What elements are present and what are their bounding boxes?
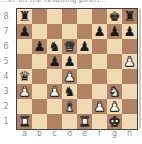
square-g3[interactable]: ♞ <box>107 84 122 99</box>
square-e7[interactable] <box>77 24 92 39</box>
square-g5[interactable] <box>107 54 122 69</box>
square-f5[interactable] <box>92 54 107 69</box>
rank-label-8: 8 <box>0 9 12 24</box>
square-h6[interactable] <box>122 39 137 54</box>
piece-wr-a1[interactable]: ♜ <box>17 114 32 129</box>
piece-wb-d2[interactable]: ♝ <box>62 99 77 114</box>
piece-bq-a4[interactable]: ♛ <box>17 69 32 84</box>
square-c3[interactable]: ♟ <box>47 84 62 99</box>
square-c4[interactable] <box>47 69 62 84</box>
square-f3[interactable] <box>92 84 107 99</box>
piece-wq-d6[interactable]: ♛ <box>62 39 77 54</box>
file-label-d: d <box>62 129 77 138</box>
square-g8[interactable]: ♚ <box>107 9 122 24</box>
square-g1[interactable]: ♚ <box>107 114 122 129</box>
file-label-c: c <box>47 129 62 138</box>
square-h8[interactable]: ♜ <box>122 9 137 24</box>
square-b3[interactable] <box>32 84 47 99</box>
square-a4[interactable]: ♛ <box>17 69 32 84</box>
square-f6[interactable] <box>92 39 107 54</box>
rank-label-2: 2 <box>0 99 12 114</box>
square-a7[interactable]: ♟ <box>17 24 32 39</box>
square-c7[interactable] <box>47 24 62 39</box>
square-b5[interactable] <box>32 54 47 69</box>
piece-bp-a7[interactable]: ♟ <box>17 24 32 39</box>
piece-bp-f7[interactable]: ♟ <box>92 24 107 39</box>
rank-label-4: 4 <box>0 69 12 84</box>
file-labels: abcdefgh <box>17 129 137 138</box>
piece-wp-a3[interactable]: ♟ <box>17 84 32 99</box>
piece-wp-f2[interactable]: ♟ <box>92 99 107 114</box>
piece-bn-d3[interactable]: ♞ <box>62 84 77 99</box>
square-a3[interactable]: ♟ <box>17 84 32 99</box>
file-label-b: b <box>32 129 47 138</box>
file-label-f: f <box>92 129 107 138</box>
rank-label-5: 5 <box>0 54 12 69</box>
piece-wp-d4[interactable]: ♟ <box>62 69 77 84</box>
square-c8[interactable] <box>47 9 62 24</box>
square-a2[interactable] <box>17 99 32 114</box>
piece-bp-e6[interactable]: ♟ <box>77 39 92 54</box>
file-label-e: e <box>77 129 92 138</box>
square-h1[interactable] <box>122 114 137 129</box>
rank-label-3: 3 <box>0 84 12 99</box>
piece-bp-b6[interactable]: ♟ <box>32 39 47 54</box>
piece-bp-d5[interactable]: ♟ <box>62 54 77 69</box>
square-e6[interactable]: ♟ <box>77 39 92 54</box>
square-c2[interactable] <box>47 99 62 114</box>
piece-wk-g1[interactable]: ♚ <box>107 114 122 129</box>
square-c5[interactable]: ♟ <box>47 54 62 69</box>
piece-wn-g3[interactable]: ♞ <box>107 84 122 99</box>
square-d8[interactable] <box>62 9 77 24</box>
square-b4[interactable] <box>32 69 47 84</box>
rank-label-7: 7 <box>0 24 12 39</box>
caption-text: …er on the resulting positi… <box>1 0 141 4</box>
square-f2[interactable]: ♟ <box>92 99 107 114</box>
square-f7[interactable]: ♟ <box>92 24 107 39</box>
square-a1[interactable]: ♜ <box>17 114 32 129</box>
piece-bk-g8[interactable]: ♚ <box>107 9 122 24</box>
piece-bn-c6[interactable]: ♞ <box>47 39 62 54</box>
piece-bp-c5[interactable]: ♟ <box>47 54 62 69</box>
square-b1[interactable] <box>32 114 47 129</box>
square-d2[interactable]: ♝ <box>62 99 77 114</box>
rank-labels: 87654321 <box>0 9 12 129</box>
square-a5[interactable] <box>17 54 32 69</box>
rank-label-1: 1 <box>0 114 12 129</box>
rank-label-6: 6 <box>0 39 12 54</box>
square-e4[interactable] <box>77 69 92 84</box>
piece-wp-c3[interactable]: ♟ <box>47 84 62 99</box>
file-label-a: a <box>17 129 32 138</box>
board-right-shadow <box>139 9 141 128</box>
square-d4[interactable]: ♟ <box>62 69 77 84</box>
square-d1[interactable] <box>62 114 77 129</box>
square-a6[interactable] <box>17 39 32 54</box>
square-b7[interactable] <box>32 24 47 39</box>
square-b2[interactable] <box>32 99 47 114</box>
piece-wp-g2[interactable]: ♟ <box>107 99 122 114</box>
square-g7[interactable]: ♟ <box>107 24 122 39</box>
piece-wp-h5[interactable]: ♟ <box>122 54 137 69</box>
piece-br-h8[interactable]: ♜ <box>122 9 137 24</box>
square-g2[interactable]: ♟ <box>107 99 122 114</box>
square-e3[interactable] <box>77 84 92 99</box>
square-c6[interactable]: ♞ <box>47 39 62 54</box>
piece-wr-e1[interactable]: ♜ <box>77 114 92 129</box>
square-h2[interactable] <box>122 99 137 114</box>
square-h7[interactable]: ♟ <box>122 24 137 39</box>
square-e1[interactable]: ♜ <box>77 114 92 129</box>
square-b6[interactable]: ♟ <box>32 39 47 54</box>
caption-clipped: …er on the resulting positi… <box>1 0 141 5</box>
square-h3[interactable] <box>122 84 137 99</box>
square-f1[interactable] <box>92 114 107 129</box>
square-g4[interactable] <box>107 69 122 84</box>
square-e8[interactable] <box>77 9 92 24</box>
file-label-h: h <box>122 129 137 138</box>
square-c1[interactable] <box>47 114 62 129</box>
piece-bp-g7[interactable]: ♟ <box>107 24 122 39</box>
square-a8[interactable]: ♜ <box>17 9 32 24</box>
square-d6[interactable]: ♛ <box>62 39 77 54</box>
square-d5[interactable]: ♟ <box>62 54 77 69</box>
square-h5[interactable]: ♟ <box>122 54 137 69</box>
square-e2[interactable] <box>77 99 92 114</box>
square-f8[interactable] <box>92 9 107 24</box>
square-f4[interactable] <box>92 69 107 84</box>
square-b8[interactable] <box>32 9 47 24</box>
file-label-g: g <box>107 129 122 138</box>
square-e5[interactable] <box>77 54 92 69</box>
square-d7[interactable] <box>62 24 77 39</box>
chess-board: ♜♚♜♟♟♟♟♟♞♛♟♟♟♟♛♟♟♟♞♞♝♟♟♜♜♚ <box>16 8 138 130</box>
square-h4[interactable] <box>122 69 137 84</box>
square-d3[interactable]: ♞ <box>62 84 77 99</box>
piece-br-a8[interactable]: ♜ <box>17 9 32 24</box>
piece-bp-h7[interactable]: ♟ <box>122 24 137 39</box>
square-g6[interactable] <box>107 39 122 54</box>
